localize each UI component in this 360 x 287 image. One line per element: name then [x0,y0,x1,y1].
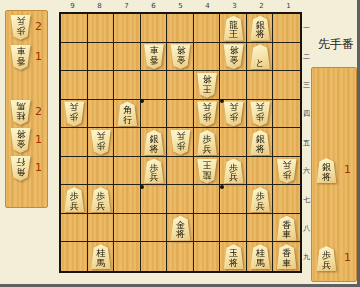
piece-kanji: 歩兵 [69,102,79,121]
board-square[interactable] [273,71,300,100]
board-square[interactable] [167,157,194,186]
captured-count: 1 [35,50,42,64]
captured-entry: 金将1 [6,128,47,153]
piece-gote: 歩兵 [10,15,31,40]
shogi-piece[interactable]: 龍王 [197,159,218,184]
shogi-piece[interactable]: 角行 [10,156,31,181]
piece-kanji: 金将 [229,45,239,64]
board-square[interactable] [220,185,247,214]
piece-kanji: 香車 [282,221,292,240]
piece-gote: 角行 [10,156,31,181]
piece-kanji: 歩兵 [202,135,212,154]
shogi-piece[interactable]: 香車 [143,44,164,69]
piece-kanji: 歩兵 [255,192,265,211]
file-label: 4 [194,1,221,11]
captured-entry: 桂馬2 [6,100,47,125]
captured-entry: 香車1 [6,45,47,70]
shogi-piece[interactable]: と [250,44,271,69]
shogi-piece[interactable]: 歩兵 [197,130,218,155]
piece-gote: 桂馬 [10,100,31,125]
piece-kanji: 歩兵 [96,131,106,150]
board-square[interactable] [247,157,274,186]
shogi-piece[interactable]: 歩兵 [197,101,218,126]
rank-label: 二 [302,43,311,72]
shogi-piece[interactable]: 香車 [276,244,297,269]
piece-kanji: 銀将 [322,163,332,182]
file-label: 9 [59,1,86,11]
shogi-piece[interactable]: 香車 [276,216,297,241]
piece-sente: 歩兵 [250,187,271,212]
piece-kanji: 歩兵 [149,164,159,183]
piece-sente: 歩兵 [64,187,85,212]
board-square[interactable] [141,242,168,271]
shogi-piece[interactable]: 歩兵 [64,187,85,212]
piece-kanji: 玉将 [229,249,239,268]
piece-kanji: 桂馬 [255,249,265,268]
file-label: 8 [86,1,113,11]
board-square[interactable] [141,185,168,214]
piece-gote: 歩兵 [250,101,271,126]
board-square[interactable] [247,214,274,243]
captured-entry: 銀将1 [312,158,356,183]
hoshi-dot [140,185,144,189]
board-square[interactable] [273,128,300,157]
captured-count: 1 [35,161,42,175]
shogi-app-window: 987654321 龍王銀将香車金将金将と王将歩兵角行歩兵歩兵歩兵歩兵銀将歩兵歩… [0,0,360,287]
piece-gote: 歩兵 [90,130,111,155]
captured-entry: 歩兵1 [312,246,356,271]
board-square[interactable] [167,71,194,100]
shogi-piece[interactable]: 香車 [10,45,31,70]
board-square[interactable] [220,128,247,157]
piece-gote: 歩兵 [170,130,191,155]
piece-sente: 香車 [276,244,297,269]
shogi-piece[interactable]: 桂馬 [10,100,31,125]
captured-entry: 角行1 [6,156,47,181]
shogi-piece[interactable]: 歩兵 [10,15,31,40]
board-square[interactable] [61,14,88,43]
board-square[interactable] [114,71,141,100]
piece-kanji: 桂馬 [96,249,106,268]
board-square[interactable] [88,100,115,129]
piece-kanji: 歩兵 [69,192,79,211]
hoshi-dot [140,99,144,103]
piece-gote: 歩兵 [197,101,218,126]
board-square[interactable] [194,14,221,43]
piece-kanji: 銀将 [255,21,265,40]
piece-kanji: 香車 [282,249,292,268]
board-square[interactable] [88,157,115,186]
piece-kanji: 金将 [16,129,26,148]
shogi-piece[interactable]: 歩兵 [64,101,85,126]
board-square[interactable] [141,214,168,243]
board-square[interactable] [114,242,141,271]
board-square[interactable] [61,157,88,186]
rank-label: 四 [302,100,311,129]
captured-count: 1 [344,251,351,265]
shogi-piece[interactable]: 角行 [117,101,138,126]
board-square[interactable] [61,242,88,271]
shogi-piece[interactable]: 金将 [170,216,191,241]
board-square[interactable] [220,214,247,243]
shogi-piece[interactable]: 歩兵 [90,187,111,212]
shogi-piece[interactable]: 玉将 [223,244,244,269]
board-square[interactable] [273,43,300,72]
rank-labels: 一二三四五六七八九 [302,14,311,271]
shogi-piece[interactable]: 金将 [223,44,244,69]
shogi-board: 龍王銀将香車金将金将と王将歩兵角行歩兵歩兵歩兵歩兵銀将歩兵歩兵銀将歩兵龍王歩兵歩… [59,12,302,273]
file-label: 6 [140,1,167,11]
board-square[interactable] [167,100,194,129]
piece-gote: 歩兵 [64,101,85,126]
board-square[interactable] [167,14,194,43]
shogi-piece[interactable]: 歩兵 [276,159,297,184]
captured-count: 1 [344,163,351,177]
captured-count: 2 [35,20,42,34]
shogi-piece[interactable]: 歩兵 [170,130,191,155]
rank-label: 一 [302,14,311,43]
file-label: 7 [113,1,140,11]
hoshi-dot [220,185,224,189]
rank-label: 八 [302,214,311,243]
piece-sente: 龍王 [223,16,244,41]
shogi-piece[interactable]: 歩兵 [250,101,271,126]
piece-kanji: と [255,59,265,69]
piece-sente: と [250,44,271,69]
shogi-piece[interactable]: 桂馬 [250,244,271,269]
piece-kanji: 角行 [16,157,26,176]
piece-sente: 銀将 [250,16,271,41]
shogi-piece[interactable]: 銀将 [143,130,164,155]
piece-kanji: 王将 [202,74,212,93]
piece-gote: 金将 [10,128,31,153]
board-square[interactable] [61,71,88,100]
board-square[interactable] [194,242,221,271]
shogi-piece[interactable]: 王将 [197,73,218,98]
rank-label: 七 [302,185,311,214]
piece-kanji: 歩兵 [282,160,292,179]
piece-kanji: 銀将 [255,135,265,154]
gote-captured-stand: 歩兵2香車1桂馬2金将1角行1 [5,10,48,208]
piece-sente: 歩兵 [223,159,244,184]
board-square[interactable] [114,14,141,43]
piece-sente: 角行 [117,101,138,126]
board-square[interactable] [220,71,247,100]
shogi-piece[interactable]: 龍王 [223,16,244,41]
rank-label: 九 [302,243,311,272]
board-square[interactable] [167,242,194,271]
board-square[interactable] [88,214,115,243]
piece-kanji: 銀将 [149,135,159,154]
file-label: 2 [248,1,275,11]
piece-gote: 香車 [143,44,164,69]
captured-count: 1 [35,133,42,147]
piece-sente: 歩兵 [197,130,218,155]
piece-sente: 銀将 [143,130,164,155]
piece-gote: 龍王 [197,159,218,184]
piece-kanji: 龍王 [202,160,212,179]
board-square[interactable] [273,14,300,43]
sente-captured-stand: 銀将1歩兵1 [311,67,357,282]
piece-gote: 香車 [10,45,31,70]
piece-sente: 香車 [276,216,297,241]
shogi-piece[interactable]: 歩兵 [90,130,111,155]
board-square[interactable] [141,71,168,100]
board-square[interactable] [61,43,88,72]
piece-kanji: 歩兵 [16,16,26,35]
board-square[interactable] [194,43,221,72]
board-square[interactable] [273,100,300,129]
board-square[interactable] [247,71,274,100]
captured-entry: 歩兵2 [6,15,47,40]
board-square[interactable] [61,214,88,243]
piece-kanji: 歩兵 [322,251,332,270]
board-square[interactable] [114,43,141,72]
shogi-piece[interactable]: 銀将 [316,158,337,183]
shogi-piece[interactable]: 歩兵 [316,246,337,271]
shogi-piece[interactable]: 金将 [170,44,191,69]
file-labels: 987654321 [59,1,302,11]
piece-kanji: 歩兵 [229,102,239,121]
piece-kanji: 歩兵 [229,164,239,183]
piece-sente: 歩兵 [90,187,111,212]
turn-indicator: 先手番 [318,36,358,53]
piece-kanji: 歩兵 [255,102,265,121]
piece-gote: 王将 [197,73,218,98]
piece-kanji: 歩兵 [96,192,106,211]
shogi-piece[interactable]: 歩兵 [223,159,244,184]
piece-gote: 歩兵 [276,159,297,184]
piece-sente: 銀将 [250,130,271,155]
board-square[interactable] [61,128,88,157]
shogi-piece[interactable]: 歩兵 [223,101,244,126]
piece-sente: 桂馬 [250,244,271,269]
board-square[interactable] [273,185,300,214]
piece-kanji: 金将 [176,221,186,240]
file-label: 1 [275,1,302,11]
piece-gote: 歩兵 [223,101,244,126]
piece-kanji: 香車 [149,45,159,64]
piece-sente: 金将 [170,216,191,241]
captured-count: 2 [35,105,42,119]
piece-gote: 金将 [170,44,191,69]
piece-kanji: 龍王 [229,21,239,40]
piece-sente: 銀将 [316,158,337,183]
file-label: 3 [221,1,248,11]
board-square[interactable] [88,14,115,43]
rank-label: 六 [302,157,311,186]
piece-kanji: 歩兵 [202,102,212,121]
shogi-piece[interactable]: 銀将 [250,130,271,155]
shogi-piece[interactable]: 歩兵 [250,187,271,212]
rank-label: 五 [302,128,311,157]
shogi-piece[interactable]: 歩兵 [143,159,164,184]
piece-kanji: 香車 [16,46,26,65]
piece-sente: 玉将 [223,244,244,269]
piece-gote: 金将 [223,44,244,69]
board-square[interactable] [114,185,141,214]
shogi-piece[interactable]: 銀将 [250,16,271,41]
rank-label: 三 [302,71,311,100]
board-square[interactable] [114,214,141,243]
board-square[interactable] [114,157,141,186]
piece-kanji: 桂馬 [16,101,26,120]
file-label: 5 [167,1,194,11]
board-square[interactable] [141,100,168,129]
shogi-piece[interactable]: 桂馬 [90,244,111,269]
board-square[interactable] [194,214,221,243]
board-square[interactable] [141,14,168,43]
board-square[interactable] [167,185,194,214]
board-square[interactable] [194,185,221,214]
piece-kanji: 角行 [122,106,132,125]
piece-sente: 歩兵 [143,159,164,184]
board-square[interactable] [114,128,141,157]
piece-sente: 歩兵 [316,246,337,271]
piece-sente: 桂馬 [90,244,111,269]
piece-kanji: 金将 [176,45,186,64]
board-square[interactable] [88,71,115,100]
shogi-piece[interactable]: 金将 [10,128,31,153]
piece-kanji: 歩兵 [176,131,186,150]
board-square[interactable] [88,43,115,72]
